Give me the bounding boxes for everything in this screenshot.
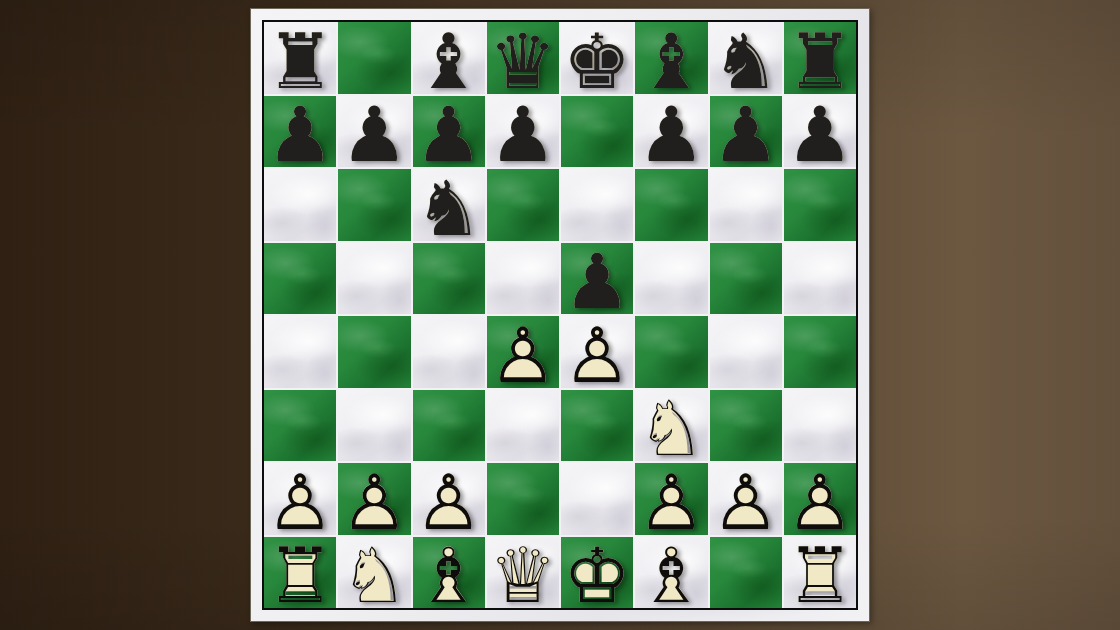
square-g6[interactable] — [710, 169, 782, 241]
square-g7[interactable]: ♟♟ — [710, 96, 782, 168]
square-b6[interactable] — [338, 169, 410, 241]
square-c2[interactable]: ♟♙ — [413, 463, 485, 535]
square-e7[interactable] — [561, 96, 633, 168]
square-a8[interactable]: ♜♜ — [264, 22, 336, 94]
black-queen-glyph: ♛ — [487, 26, 559, 98]
square-a2[interactable]: ♟♙ — [264, 463, 336, 535]
square-h8[interactable]: ♜♜ — [784, 22, 856, 94]
square-a4[interactable] — [264, 316, 336, 388]
square-c4[interactable] — [413, 316, 485, 388]
black-pawn[interactable]: ♟♟ — [338, 100, 410, 172]
white-knight-glyph: ♘ — [338, 541, 410, 613]
black-bishop[interactable]: ♝♝ — [635, 26, 707, 98]
black-bishop-glyph: ♝ — [413, 26, 485, 98]
white-pawn[interactable]: ♟♙ — [413, 467, 485, 539]
square-a3[interactable] — [264, 390, 336, 462]
square-a6[interactable] — [264, 169, 336, 241]
white-queen-glyph: ♕ — [487, 541, 559, 613]
square-b2[interactable]: ♟♙ — [338, 463, 410, 535]
white-pawn[interactable]: ♟♙ — [338, 467, 410, 539]
black-pawn-glyph: ♟ — [413, 100, 485, 172]
square-e8[interactable]: ♚♚ — [561, 22, 633, 94]
square-h7[interactable]: ♟♟ — [784, 96, 856, 168]
white-pawn-glyph: ♙ — [413, 467, 485, 539]
square-e1[interactable]: ♚♔ — [561, 537, 633, 609]
black-pawn[interactable]: ♟♟ — [635, 100, 707, 172]
black-king[interactable]: ♚♚ — [561, 26, 633, 98]
square-b4[interactable] — [338, 316, 410, 388]
square-e6[interactable] — [561, 169, 633, 241]
square-f8[interactable]: ♝♝ — [635, 22, 707, 94]
white-bishop[interactable]: ♝♗ — [413, 541, 485, 613]
square-g8[interactable]: ♞♞ — [710, 22, 782, 94]
square-b5[interactable] — [338, 243, 410, 315]
white-pawn-glyph: ♙ — [635, 467, 707, 539]
black-knight-glyph: ♞ — [710, 26, 782, 98]
white-pawn[interactable]: ♟♙ — [710, 467, 782, 539]
square-f4[interactable] — [635, 316, 707, 388]
white-bishop-glyph: ♗ — [413, 541, 485, 613]
square-d2[interactable] — [487, 463, 559, 535]
square-f3[interactable]: ♞♘ — [635, 390, 707, 462]
white-rook[interactable]: ♜♖ — [264, 541, 336, 613]
square-b7[interactable]: ♟♟ — [338, 96, 410, 168]
black-bishop[interactable]: ♝♝ — [413, 26, 485, 98]
black-pawn-glyph: ♟ — [635, 100, 707, 172]
white-pawn[interactable]: ♟♙ — [561, 320, 633, 392]
white-rook[interactable]: ♜♖ — [784, 541, 856, 613]
chess-board: ♜♜♝♝♛♛♚♚♝♝♞♞♜♜♟♟♟♟♟♟♟♟♟♟♟♟♟♟♞♞♟♟♟♙♟♙♞♘♟♙… — [250, 8, 870, 622]
square-a7[interactable]: ♟♟ — [264, 96, 336, 168]
square-d6[interactable] — [487, 169, 559, 241]
square-d3[interactable] — [487, 390, 559, 462]
square-c1[interactable]: ♝♗ — [413, 537, 485, 609]
white-pawn[interactable]: ♟♙ — [784, 467, 856, 539]
black-pawn[interactable]: ♟♟ — [487, 100, 559, 172]
square-c3[interactable] — [413, 390, 485, 462]
square-h4[interactable] — [784, 316, 856, 388]
white-pawn-glyph: ♙ — [487, 320, 559, 392]
black-pawn-glyph: ♟ — [264, 100, 336, 172]
square-g2[interactable]: ♟♙ — [710, 463, 782, 535]
square-a1[interactable]: ♜♖ — [264, 537, 336, 609]
black-knight[interactable]: ♞♞ — [413, 173, 485, 245]
black-pawn-glyph: ♟ — [487, 100, 559, 172]
square-e2[interactable] — [561, 463, 633, 535]
black-pawn[interactable]: ♟♟ — [710, 100, 782, 172]
square-f1[interactable]: ♝♗ — [635, 537, 707, 609]
black-pawn[interactable]: ♟♟ — [561, 247, 633, 319]
square-d4[interactable]: ♟♙ — [487, 316, 559, 388]
square-d1[interactable]: ♛♕ — [487, 537, 559, 609]
white-king[interactable]: ♚♔ — [561, 541, 633, 613]
black-queen[interactable]: ♛♛ — [487, 26, 559, 98]
white-bishop[interactable]: ♝♗ — [635, 541, 707, 613]
square-g4[interactable] — [710, 316, 782, 388]
square-d7[interactable]: ♟♟ — [487, 96, 559, 168]
white-bishop-glyph: ♗ — [635, 541, 707, 613]
white-queen[interactable]: ♛♕ — [487, 541, 559, 613]
square-e5[interactable]: ♟♟ — [561, 243, 633, 315]
black-bishop-glyph: ♝ — [635, 26, 707, 98]
square-d8[interactable]: ♛♛ — [487, 22, 559, 94]
square-b8[interactable] — [338, 22, 410, 94]
board-grid: ♜♜♝♝♛♛♚♚♝♝♞♞♜♜♟♟♟♟♟♟♟♟♟♟♟♟♟♟♞♞♟♟♟♙♟♙♞♘♟♙… — [262, 20, 858, 610]
black-pawn[interactable]: ♟♟ — [413, 100, 485, 172]
square-f6[interactable] — [635, 169, 707, 241]
black-pawn[interactable]: ♟♟ — [264, 100, 336, 172]
square-c6[interactable]: ♞♞ — [413, 169, 485, 241]
black-pawn[interactable]: ♟♟ — [784, 100, 856, 172]
black-knight-glyph: ♞ — [413, 173, 485, 245]
square-g5[interactable] — [710, 243, 782, 315]
square-f5[interactable] — [635, 243, 707, 315]
black-rook-glyph: ♜ — [784, 26, 856, 98]
square-d5[interactable] — [487, 243, 559, 315]
white-knight-glyph: ♘ — [635, 394, 707, 466]
black-pawn-glyph: ♟ — [784, 100, 856, 172]
black-rook[interactable]: ♜♜ — [264, 26, 336, 98]
black-king-glyph: ♚ — [561, 26, 633, 98]
square-f2[interactable]: ♟♙ — [635, 463, 707, 535]
square-b1[interactable]: ♞♘ — [338, 537, 410, 609]
white-pawn[interactable]: ♟♙ — [487, 320, 559, 392]
white-rook-glyph: ♖ — [784, 541, 856, 613]
white-pawn-glyph: ♙ — [710, 467, 782, 539]
square-e4[interactable]: ♟♙ — [561, 316, 633, 388]
white-pawn[interactable]: ♟♙ — [264, 467, 336, 539]
black-pawn-glyph: ♟ — [338, 100, 410, 172]
white-pawn-glyph: ♙ — [561, 320, 633, 392]
square-e3[interactable] — [561, 390, 633, 462]
white-knight[interactable]: ♞♘ — [338, 541, 410, 613]
square-b3[interactable] — [338, 390, 410, 462]
square-g1[interactable] — [710, 537, 782, 609]
square-g3[interactable] — [710, 390, 782, 462]
square-c5[interactable] — [413, 243, 485, 315]
white-king-glyph: ♔ — [561, 541, 633, 613]
square-h3[interactable] — [784, 390, 856, 462]
square-f7[interactable]: ♟♟ — [635, 96, 707, 168]
square-c7[interactable]: ♟♟ — [413, 96, 485, 168]
square-h6[interactable] — [784, 169, 856, 241]
app-background: ♜♜♝♝♛♛♚♚♝♝♞♞♜♜♟♟♟♟♟♟♟♟♟♟♟♟♟♟♞♞♟♟♟♙♟♙♞♘♟♙… — [0, 0, 1120, 630]
white-pawn-glyph: ♙ — [784, 467, 856, 539]
black-rook-glyph: ♜ — [264, 26, 336, 98]
black-pawn-glyph: ♟ — [561, 247, 633, 319]
white-knight[interactable]: ♞♘ — [635, 394, 707, 466]
black-knight[interactable]: ♞♞ — [710, 26, 782, 98]
square-h5[interactable] — [784, 243, 856, 315]
square-a5[interactable] — [264, 243, 336, 315]
black-rook[interactable]: ♜♜ — [784, 26, 856, 98]
square-h1[interactable]: ♜♖ — [784, 537, 856, 609]
square-c8[interactable]: ♝♝ — [413, 22, 485, 94]
black-pawn-glyph: ♟ — [710, 100, 782, 172]
white-pawn[interactable]: ♟♙ — [635, 467, 707, 539]
white-rook-glyph: ♖ — [264, 541, 336, 613]
white-pawn-glyph: ♙ — [264, 467, 336, 539]
white-pawn-glyph: ♙ — [338, 467, 410, 539]
square-h2[interactable]: ♟♙ — [784, 463, 856, 535]
